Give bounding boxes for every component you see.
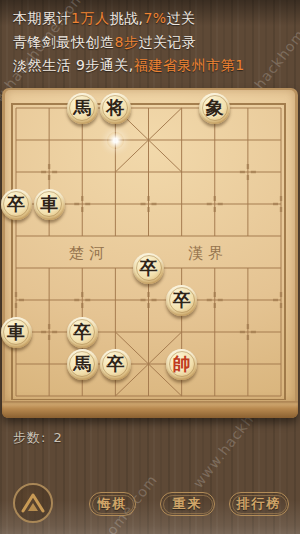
stat-line-participants: 本期累计1万人挑战,7%过关 (13, 7, 293, 31)
stat-line-latest-clear: 淡然生活 9步通关,福建省泉州市第1 (13, 54, 293, 78)
cell-3-0: 将 (99, 92, 132, 124)
piece-black-soldier[interactable]: 卒 (67, 317, 98, 348)
leaderboard-button[interactable]: 排行榜 (229, 492, 289, 516)
leaderboard-button-label: 排行榜 (237, 495, 282, 513)
piece-character: 将 (106, 99, 124, 117)
piece-black-soldier[interactable]: 卒 (166, 285, 197, 316)
board-grid[interactable]: 馬将象卒車卒卒車卒馬卒帥 (0, 92, 298, 412)
cell-4-5: 卒 (132, 252, 165, 284)
cell-1-3: 車 (33, 188, 66, 220)
undo-button-label: 悔棋 (98, 495, 128, 513)
piece-black-soldier[interactable]: 卒 (100, 349, 131, 380)
piece-character: 帥 (173, 355, 191, 373)
cell-5-8: 帥 (165, 348, 198, 380)
cell-2-7: 卒 (66, 316, 99, 348)
board-front-edge (2, 401, 298, 418)
piece-red-general[interactable]: 帥 (166, 349, 197, 380)
cell-0-3: 卒 (0, 188, 33, 220)
restart-button-label: 重来 (173, 495, 203, 513)
cell-0-7: 車 (0, 316, 33, 348)
piece-character: 卒 (140, 259, 158, 277)
cell-3-8: 卒 (99, 348, 132, 380)
piece-character: 象 (206, 99, 224, 117)
step-counter-label: 步数: (13, 430, 46, 445)
cell-5-6: 卒 (165, 284, 198, 316)
app-screen: www.hackhome.com www.hackhome.com www.ha… (0, 0, 300, 534)
piece-character: 卒 (173, 291, 191, 309)
step-counter-value: 2 (53, 430, 62, 445)
step-counter: 步数:2 (13, 429, 63, 447)
last-move-highlight (99, 124, 132, 156)
piece-black-general[interactable]: 将 (100, 93, 131, 124)
undo-button[interactable]: 悔棋 (89, 492, 136, 516)
piece-black-horse[interactable]: 馬 (67, 93, 98, 124)
stat-line-record: 青锋剑最快创造8步过关记录 (13, 31, 293, 55)
piece-black-elephant[interactable]: 象 (199, 93, 230, 124)
xiangqi-board: 楚河 漢界 馬将象卒車卒卒車卒馬卒帥 (2, 88, 298, 418)
piece-character: 卒 (73, 323, 91, 341)
menu-button[interactable] (13, 483, 53, 523)
piece-character: 車 (7, 323, 25, 341)
piece-black-chariot[interactable]: 車 (1, 317, 32, 348)
piece-black-chariot[interactable]: 車 (34, 189, 65, 220)
piece-black-horse[interactable]: 馬 (67, 349, 98, 380)
challenge-stats: 本期累计1万人挑战,7%过关 青锋剑最快创造8步过关记录 淡然生活 9步通关,福… (13, 7, 293, 78)
mountain-icon (20, 491, 46, 515)
piece-black-soldier[interactable]: 卒 (133, 253, 164, 284)
cell-2-0: 馬 (66, 92, 99, 124)
piece-character: 卒 (106, 355, 124, 373)
restart-button[interactable]: 重来 (160, 492, 215, 516)
piece-character: 馬 (73, 355, 91, 373)
piece-character: 車 (40, 195, 58, 213)
piece-character: 卒 (7, 195, 25, 213)
sparkle-icon (107, 132, 124, 149)
cell-6-0: 象 (198, 92, 231, 124)
piece-character: 馬 (73, 99, 91, 117)
cell-2-8: 馬 (66, 348, 99, 380)
piece-black-soldier[interactable]: 卒 (1, 189, 32, 220)
